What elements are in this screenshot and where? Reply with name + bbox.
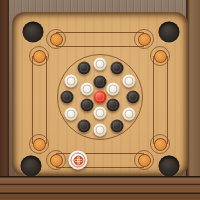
baseline-top-inner: [56, 46, 144, 47]
wood-frame-right-plank: [186, 0, 200, 200]
wood-frame-bottom-planks: [0, 176, 200, 200]
carrom-piece-white: [80, 83, 93, 96]
carrom-piece-black: [110, 119, 123, 132]
carrom-piece-white: [122, 74, 135, 87]
baseline-end-circle: [150, 46, 170, 66]
carrom-piece-black: [94, 75, 107, 88]
baseline-end-circle: [46, 29, 66, 49]
corner-pocket: [159, 22, 180, 43]
baseline-end-circle: [29, 134, 49, 154]
baseline-right-inner: [153, 56, 154, 144]
carrom-app-screenshot: [0, 0, 200, 200]
carrom-piece-black: [77, 62, 90, 75]
carrom-piece-black: [127, 91, 140, 104]
baseline-bottom-outer: [56, 167, 144, 168]
carrom-piece-white: [94, 106, 107, 119]
corner-pocket: [23, 22, 44, 43]
baseline-end-circle: [46, 150, 66, 170]
carrom-piece-black: [80, 98, 93, 111]
baseline-top-outer: [56, 32, 144, 33]
corner-pocket: [21, 156, 42, 177]
carrom-board-playfield: [12, 12, 188, 176]
carrom-piece-black: [107, 98, 120, 111]
carrom-piece-white: [65, 74, 78, 87]
carrom-piece-white: [122, 107, 135, 120]
baseline-left-outer: [32, 56, 33, 144]
queen-piece: [94, 91, 107, 104]
baseline-right-outer: [167, 56, 168, 144]
striker-checker-medallion: [73, 155, 83, 165]
baseline-end-circle: [134, 150, 154, 170]
wood-frame-left-plank: [0, 0, 9, 200]
carrom-piece-white: [65, 107, 78, 120]
baseline-left-inner: [46, 56, 47, 144]
baseline-end-circle: [150, 134, 170, 154]
striker[interactable]: [69, 151, 88, 170]
carrom-piece-black: [77, 119, 90, 132]
baseline-end-circle: [134, 29, 154, 49]
baseline-end-circle: [29, 46, 49, 66]
carrom-piece-black: [110, 62, 123, 75]
carrom-piece-white: [94, 58, 107, 71]
corner-pocket: [159, 156, 180, 177]
carrom-piece-black: [61, 91, 74, 104]
carrom-piece-white: [94, 124, 107, 137]
carrom-piece-white: [107, 83, 120, 96]
